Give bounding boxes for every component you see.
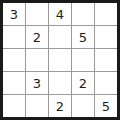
cell-r4c4: 2 bbox=[72, 72, 94, 94]
cell-r1c5[interactable] bbox=[95, 3, 117, 25]
cell-r4c3[interactable] bbox=[49, 72, 71, 94]
cell-r3c2[interactable] bbox=[26, 49, 48, 71]
cell-r1c4[interactable] bbox=[72, 3, 94, 25]
cell-r3c3[interactable] bbox=[49, 49, 71, 71]
cell-r1c2[interactable] bbox=[26, 3, 48, 25]
cell-r5c2[interactable] bbox=[26, 95, 48, 117]
cell-r2c2: 2 bbox=[26, 26, 48, 48]
cell-r4c5[interactable] bbox=[95, 72, 117, 94]
cell-r5c3: 2 bbox=[49, 95, 71, 117]
cell-r5c5: 5 bbox=[95, 95, 117, 117]
puzzle-board: 3 4 2 5 3 2 2 5 bbox=[0, 0, 120, 120]
cell-r3c5[interactable] bbox=[95, 49, 117, 71]
cell-r2c3[interactable] bbox=[49, 26, 71, 48]
cell-r2c5[interactable] bbox=[95, 26, 117, 48]
cell-r4c1[interactable] bbox=[3, 72, 25, 94]
cell-r1c1: 3 bbox=[3, 3, 25, 25]
cell-r3c4[interactable] bbox=[72, 49, 94, 71]
cell-r5c4[interactable] bbox=[72, 95, 94, 117]
cell-r2c4: 5 bbox=[72, 26, 94, 48]
cell-r2c1[interactable] bbox=[3, 26, 25, 48]
cell-r5c1[interactable] bbox=[3, 95, 25, 117]
cell-r3c1[interactable] bbox=[3, 49, 25, 71]
cell-r1c3: 4 bbox=[49, 3, 71, 25]
cell-r4c2: 3 bbox=[26, 72, 48, 94]
